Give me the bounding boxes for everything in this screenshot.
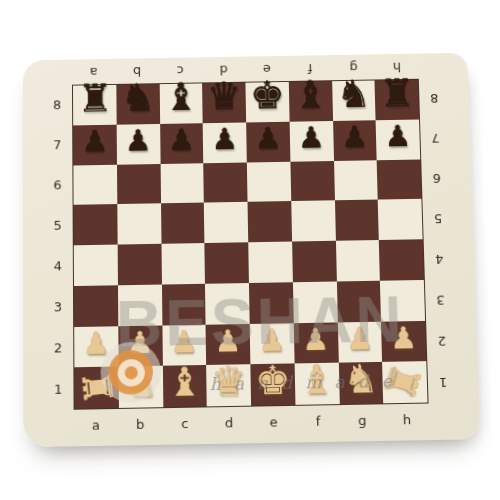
black-queen-d8: ♛ [207,77,242,115]
square-a4 [74,245,118,286]
rank-label-8: 8 [425,78,444,118]
file-label-g: g [340,409,385,430]
square-c3 [161,284,205,325]
square-a6 [73,164,117,205]
square-b4 [117,244,161,285]
rank-label-7: 7 [48,125,66,165]
rank-label-5: 5 [428,198,447,239]
square-g5 [334,200,379,241]
square-h8: ♜ [375,80,419,120]
black-rook-a8: ♜ [77,79,112,117]
white-queen-d1: ♛ [211,361,247,401]
square-e6 [247,161,291,202]
square-b5 [117,204,161,245]
square-g8: ♞ [332,80,376,120]
square-h4 [379,239,424,280]
square-b8: ♞ [116,84,160,124]
file-label-e: e [251,411,296,432]
square-h3 [380,280,425,321]
square-f7: ♟ [289,121,333,162]
black-pawn-d7: ♟ [211,125,238,155]
square-c1: ♝ [162,365,207,407]
square-b3 [118,284,162,325]
black-pawn-e7: ♟ [254,124,281,154]
rank-label-2: 2 [49,327,67,369]
white-pawn-b2: ♟ [127,328,154,359]
white-pawn-h2: ♟ [390,323,418,354]
board-area: abcdefgh abcdefgh 87654321 87654321 ♜♞♝♛… [72,79,429,410]
square-e8: ♚ [245,82,289,122]
square-h1: ♜ [382,361,427,403]
white-pawn-c2: ♟ [170,327,197,358]
rank-labels-right: 87654321 [425,78,453,403]
square-f8: ♝ [289,81,333,121]
square-c5 [161,203,205,244]
rank-label-5: 5 [49,205,67,246]
black-pawn-h7: ♟ [384,122,411,152]
square-d7: ♟ [203,122,247,163]
chess-board: ♜♞♝♛♚♝♞♜♟♟♟♟♟♟♟♟♟♟♟♟♟♟♟♟♜♞♝♛♚♝♞♜ [72,79,429,410]
square-f6 [290,161,334,202]
white-bishop-f1: ♝ [299,360,335,400]
square-f1: ♝ [294,363,339,405]
white-knight-g1: ♞ [343,359,379,399]
black-knight-g8: ♞ [336,75,371,113]
white-rook-h1: ♜ [379,359,427,404]
file-labels-bottom: abcdefgh [74,409,430,436]
rank-label-3: 3 [431,280,450,321]
square-d5 [204,202,248,243]
square-g7: ♟ [333,120,377,161]
rank-label-4: 4 [430,239,449,280]
square-a5 [74,204,118,245]
square-a1: ♜ [74,367,118,409]
square-h7: ♟ [376,119,420,160]
square-g3 [336,280,381,321]
square-a7: ♟ [73,124,117,165]
rank-label-1: 1 [433,362,452,404]
rank-label-8: 8 [48,85,66,125]
white-pawn-d2: ♟ [214,326,241,357]
square-f4 [292,241,337,282]
white-pawn-f2: ♟ [302,324,330,355]
black-king-e8: ♚ [250,76,285,114]
square-d6 [203,162,247,203]
file-label-c: c [162,412,207,433]
photo-scene: abcdefgh abcdefgh 87654321 87654321 ♜♞♝♛… [0,0,500,500]
square-g4 [335,240,380,281]
square-h2: ♟ [381,320,426,362]
chess-mat: abcdefgh abcdefgh 87654321 87654321 ♜♞♝♛… [23,53,481,447]
square-b7: ♟ [116,124,160,165]
rank-label-7: 7 [426,118,445,158]
square-d8: ♛ [202,83,246,123]
square-d3 [205,283,249,324]
white-rook-a1: ♜ [77,368,119,407]
square-b1: ♞ [118,366,162,408]
black-bishop-c8: ♝ [163,78,198,116]
square-a8: ♜ [73,85,116,125]
square-c6 [160,163,204,204]
square-a2: ♟ [74,326,118,368]
black-rook-h8: ♜ [379,74,415,112]
square-e4 [248,242,292,283]
square-g6 [334,160,378,201]
file-label-d: d [207,412,252,433]
file-label-h: h [384,409,429,430]
black-pawn-b7: ♟ [125,126,152,156]
square-e5 [248,201,292,242]
black-pawn-c7: ♟ [168,125,195,155]
rank-labels-left: 87654321 [48,85,67,410]
square-h5 [378,199,423,240]
white-pawn-a2: ♟ [83,328,110,359]
black-bishop-f8: ♝ [293,75,328,113]
square-f3 [293,281,338,322]
rank-label-1: 1 [49,368,67,410]
rank-label-2: 2 [432,320,451,362]
square-b6 [117,164,161,205]
square-c8: ♝ [159,83,203,123]
rank-label-6: 6 [427,158,446,199]
white-king-e1: ♚ [255,361,291,401]
black-pawn-a7: ♟ [82,127,109,157]
square-c7: ♟ [160,123,204,164]
white-knight-b1: ♞ [123,363,159,403]
square-c4 [161,243,205,284]
black-pawn-g7: ♟ [341,122,368,152]
file-label-a: a [74,414,119,435]
square-a3 [74,285,118,326]
rank-label-6: 6 [49,165,67,206]
file-label-f: f [296,410,341,431]
white-pawn-g2: ♟ [346,324,374,355]
square-g1: ♞ [338,362,383,404]
square-d4 [205,242,249,283]
file-label-b: b [118,413,163,434]
square-f5 [291,201,335,242]
rank-label-3: 3 [49,286,67,327]
square-e1: ♚ [250,364,295,406]
black-knight-b8: ♞ [120,78,155,116]
black-pawn-f7: ♟ [298,123,325,153]
square-h6 [377,159,422,200]
white-bishop-c1: ♝ [167,362,203,402]
white-pawn-e2: ♟ [258,325,286,356]
rank-label-4: 4 [49,245,67,286]
square-d1: ♛ [206,364,251,406]
square-e3 [249,282,294,323]
square-e7: ♟ [246,121,290,162]
